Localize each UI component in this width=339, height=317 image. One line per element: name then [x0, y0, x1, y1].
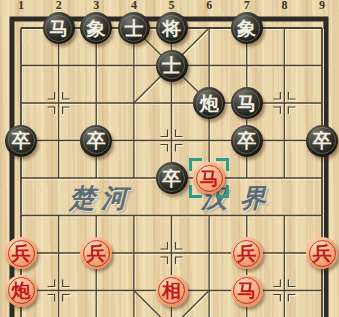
piece-black-soldier[interactable]: 卒	[231, 125, 263, 157]
board-grid	[0, 0, 339, 317]
column-label-6: 6	[198, 0, 220, 13]
piece-glyph: 象	[237, 19, 256, 38]
piece-glyph: 卒	[313, 131, 332, 150]
piece-red-soldier[interactable]: 兵	[5, 237, 37, 269]
column-label-9: 9	[311, 0, 333, 13]
piece-glyph: 马	[237, 94, 256, 113]
piece-red-elephant[interactable]: 相	[156, 275, 188, 307]
piece-black-horse[interactable]: 马	[231, 87, 263, 119]
piece-glyph: 士	[162, 56, 181, 75]
piece-black-soldier[interactable]: 卒	[306, 125, 338, 157]
piece-black-elephant[interactable]: 象	[80, 12, 112, 44]
piece-glyph: 马	[49, 19, 68, 38]
piece-glyph: 卒	[162, 169, 181, 188]
piece-black-soldier[interactable]: 卒	[80, 125, 112, 157]
piece-glyph: 相	[162, 281, 181, 300]
piece-black-soldier[interactable]: 卒	[5, 125, 37, 157]
piece-black-soldier[interactable]: 卒	[156, 162, 188, 194]
piece-glyph: 象	[87, 19, 106, 38]
piece-glyph: 将	[162, 19, 181, 38]
piece-red-soldier[interactable]: 兵	[80, 237, 112, 269]
xiangqi-board[interactable]: 楚河 汉界 123456789马象士将象士炮马卒卒卒卒卒马兵兵兵兵炮相马	[0, 0, 339, 317]
piece-glyph: 马	[237, 281, 256, 300]
piece-glyph: 兵	[313, 244, 332, 263]
piece-glyph: 炮	[200, 94, 219, 113]
piece-glyph: 卒	[87, 131, 106, 150]
piece-red-cannon[interactable]: 炮	[5, 275, 37, 307]
river-label-left: 楚河	[58, 181, 144, 216]
piece-red-horse[interactable]: 马	[231, 275, 263, 307]
piece-black-horse[interactable]: 马	[43, 12, 75, 44]
piece-glyph: 兵	[237, 244, 256, 263]
piece-red-soldier[interactable]: 兵	[231, 237, 263, 269]
piece-glyph: 兵	[12, 244, 31, 263]
piece-red-soldier[interactable]: 兵	[306, 237, 338, 269]
piece-black-cannon[interactable]: 炮	[193, 87, 225, 119]
piece-glyph: 士	[124, 19, 143, 38]
piece-glyph: 卒	[237, 131, 256, 150]
piece-black-advisor[interactable]: 士	[118, 12, 150, 44]
column-label-1: 1	[10, 0, 32, 13]
piece-glyph: 卒	[12, 131, 31, 150]
piece-glyph: 马	[200, 169, 219, 188]
piece-black-general[interactable]: 将	[156, 12, 188, 44]
piece-black-elephant[interactable]: 象	[231, 12, 263, 44]
piece-black-advisor[interactable]: 士	[156, 50, 188, 82]
column-label-8: 8	[273, 0, 295, 13]
piece-glyph: 兵	[87, 244, 106, 263]
piece-red-horse[interactable]: 马	[193, 162, 225, 194]
piece-glyph: 炮	[12, 281, 31, 300]
